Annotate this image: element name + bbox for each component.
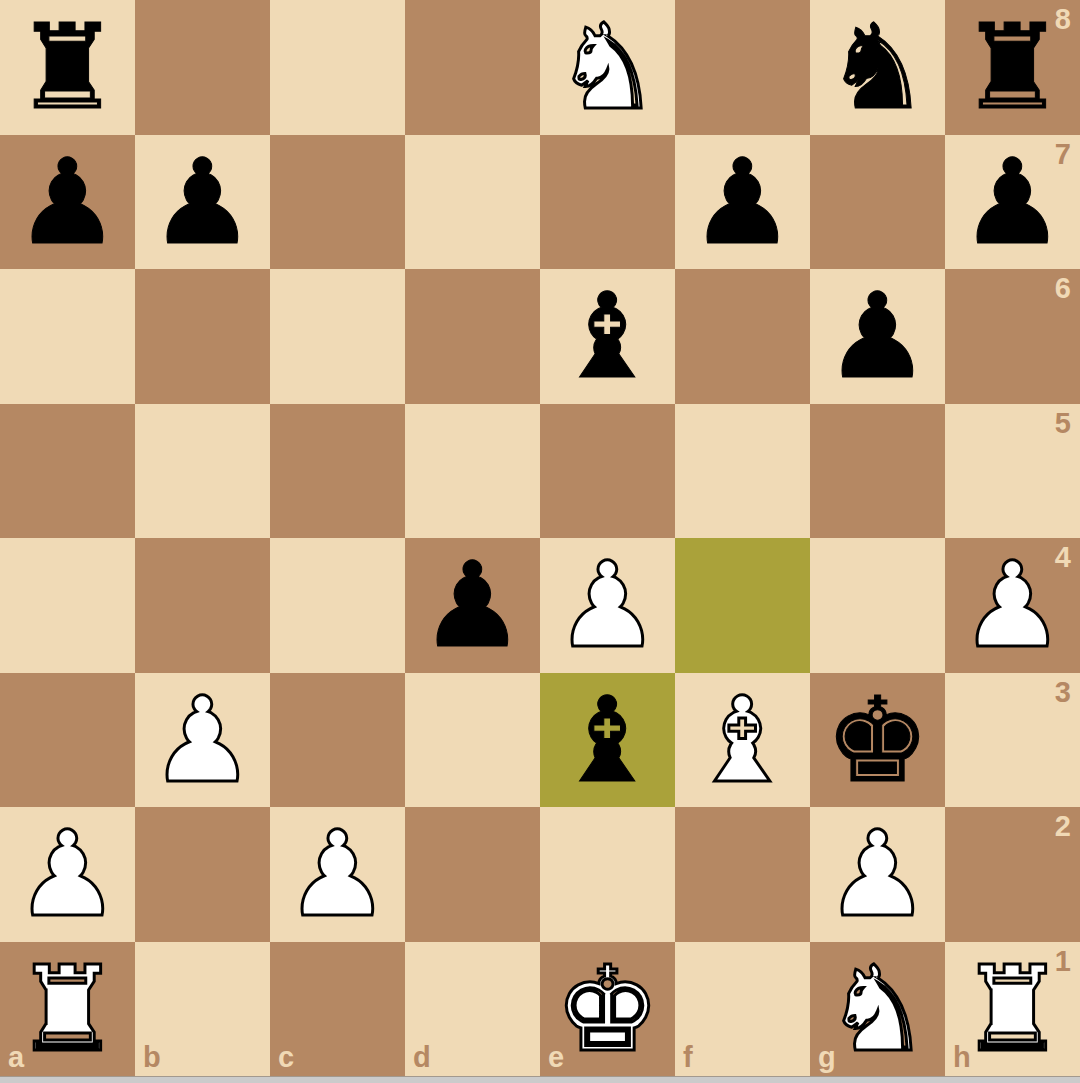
white-pawn[interactable]: ♟ xyxy=(810,807,945,942)
square-b2[interactable] xyxy=(135,807,270,942)
square-g4[interactable] xyxy=(810,538,945,673)
square-e2[interactable] xyxy=(540,807,675,942)
rank-label-2: 2 xyxy=(1055,812,1071,841)
square-h3[interactable]: 3 xyxy=(945,673,1080,808)
white-bishop[interactable]: ♝ xyxy=(675,673,810,808)
square-h6[interactable]: 6 xyxy=(945,269,1080,404)
white-king[interactable]: ♚ xyxy=(540,942,675,1077)
square-d2[interactable] xyxy=(405,807,540,942)
square-e3[interactable]: ♝ xyxy=(540,673,675,808)
square-d8[interactable] xyxy=(405,0,540,135)
black-pawn[interactable]: ♟ xyxy=(810,269,945,404)
square-e7[interactable] xyxy=(540,135,675,270)
square-b5[interactable] xyxy=(135,404,270,539)
rank-label-6: 6 xyxy=(1055,274,1071,303)
square-h7[interactable]: ♟7 xyxy=(945,135,1080,270)
square-g8[interactable]: ♞ xyxy=(810,0,945,135)
black-rook[interactable]: ♜ xyxy=(0,0,135,135)
square-d4[interactable]: ♟ xyxy=(405,538,540,673)
white-knight[interactable]: ♞ xyxy=(810,942,945,1077)
square-c5[interactable] xyxy=(270,404,405,539)
square-g6[interactable]: ♟ xyxy=(810,269,945,404)
black-pawn[interactable]: ♟ xyxy=(405,538,540,673)
white-pawn[interactable]: ♟ xyxy=(135,673,270,808)
square-e6[interactable]: ♝ xyxy=(540,269,675,404)
white-pawn[interactable]: ♟ xyxy=(270,807,405,942)
black-pawn[interactable]: ♟ xyxy=(675,135,810,270)
square-c4[interactable] xyxy=(270,538,405,673)
black-knight[interactable]: ♞ xyxy=(810,0,945,135)
square-e1[interactable]: ♚e xyxy=(540,942,675,1077)
square-d5[interactable] xyxy=(405,404,540,539)
file-label-f: f xyxy=(683,1043,693,1072)
square-c1[interactable]: c xyxy=(270,942,405,1077)
white-rook[interactable]: ♜ xyxy=(0,942,135,1077)
file-label-c: c xyxy=(278,1043,294,1072)
square-c6[interactable] xyxy=(270,269,405,404)
white-pawn[interactable]: ♟ xyxy=(945,538,1080,673)
black-rook[interactable]: ♜ xyxy=(945,0,1080,135)
square-a5[interactable] xyxy=(0,404,135,539)
square-a2[interactable]: ♟ xyxy=(0,807,135,942)
black-bishop[interactable]: ♝ xyxy=(540,673,675,808)
square-g2[interactable]: ♟ xyxy=(810,807,945,942)
square-e5[interactable] xyxy=(540,404,675,539)
black-bishop[interactable]: ♝ xyxy=(540,269,675,404)
file-label-d: d xyxy=(413,1043,431,1072)
square-c7[interactable] xyxy=(270,135,405,270)
square-f6[interactable] xyxy=(675,269,810,404)
square-b7[interactable]: ♟ xyxy=(135,135,270,270)
chess-app-page: ♜♞♞♜8♟♟♟♟7♝♟65♟♟♟4♟♝♝♚3♟♟♟2♜abcd♚ef♞g♜h1 xyxy=(0,0,1080,1083)
square-h1[interactable]: ♜h1 xyxy=(945,942,1080,1077)
square-f7[interactable]: ♟ xyxy=(675,135,810,270)
black-pawn[interactable]: ♟ xyxy=(135,135,270,270)
square-g7[interactable] xyxy=(810,135,945,270)
square-f5[interactable] xyxy=(675,404,810,539)
square-h4[interactable]: ♟4 xyxy=(945,538,1080,673)
rank-label-5: 5 xyxy=(1055,409,1071,438)
square-f2[interactable] xyxy=(675,807,810,942)
white-rook[interactable]: ♜ xyxy=(945,942,1080,1077)
square-g3[interactable]: ♚ xyxy=(810,673,945,808)
black-king[interactable]: ♚ xyxy=(810,673,945,808)
square-h5[interactable]: 5 xyxy=(945,404,1080,539)
square-d1[interactable]: d xyxy=(405,942,540,1077)
square-a7[interactable]: ♟ xyxy=(0,135,135,270)
white-pawn[interactable]: ♟ xyxy=(0,807,135,942)
square-h8[interactable]: ♜8 xyxy=(945,0,1080,135)
rank-label-3: 3 xyxy=(1055,678,1071,707)
square-b4[interactable] xyxy=(135,538,270,673)
square-a3[interactable] xyxy=(0,673,135,808)
square-f8[interactable] xyxy=(675,0,810,135)
square-b1[interactable]: b xyxy=(135,942,270,1077)
square-e8[interactable]: ♞ xyxy=(540,0,675,135)
square-g5[interactable] xyxy=(810,404,945,539)
black-pawn[interactable]: ♟ xyxy=(0,135,135,270)
square-c8[interactable] xyxy=(270,0,405,135)
square-d6[interactable] xyxy=(405,269,540,404)
square-b8[interactable] xyxy=(135,0,270,135)
square-b3[interactable]: ♟ xyxy=(135,673,270,808)
square-c2[interactable]: ♟ xyxy=(270,807,405,942)
square-d7[interactable] xyxy=(405,135,540,270)
square-e4[interactable]: ♟ xyxy=(540,538,675,673)
black-pawn[interactable]: ♟ xyxy=(945,135,1080,270)
square-g1[interactable]: ♞g xyxy=(810,942,945,1077)
square-a1[interactable]: ♜a xyxy=(0,942,135,1077)
chess-board: ♜♞♞♜8♟♟♟♟7♝♟65♟♟♟4♟♝♝♚3♟♟♟2♜abcd♚ef♞g♜h1 xyxy=(0,0,1080,1076)
square-f3[interactable]: ♝ xyxy=(675,673,810,808)
square-h2[interactable]: 2 xyxy=(945,807,1080,942)
square-a4[interactable] xyxy=(0,538,135,673)
square-f4[interactable] xyxy=(675,538,810,673)
square-a8[interactable]: ♜ xyxy=(0,0,135,135)
square-f1[interactable]: f xyxy=(675,942,810,1077)
square-c3[interactable] xyxy=(270,673,405,808)
square-d3[interactable] xyxy=(405,673,540,808)
white-knight[interactable]: ♞ xyxy=(540,0,675,135)
square-b6[interactable] xyxy=(135,269,270,404)
file-label-b: b xyxy=(143,1043,161,1072)
white-pawn[interactable]: ♟ xyxy=(540,538,675,673)
square-a6[interactable] xyxy=(0,269,135,404)
